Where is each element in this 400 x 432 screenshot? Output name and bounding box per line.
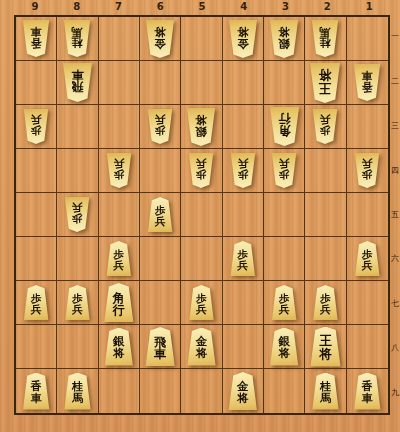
piece-kanji: 兵 (238, 158, 249, 169)
piece-face: 歩兵 (64, 285, 90, 320)
piece-kanji: 兵 (279, 304, 290, 315)
piece-kanji: 兵 (31, 304, 42, 315)
piece-sente-silver[interactable]: 銀将 (104, 328, 134, 366)
piece-face: 歩兵 (188, 285, 214, 320)
piece-gote-gold[interactable]: 金将 (228, 20, 258, 58)
piece-kanji: 歩 (31, 125, 42, 136)
piece-face: 香車 (353, 373, 381, 410)
piece-face: 歩兵 (271, 285, 297, 320)
piece-kanji: 車 (154, 348, 166, 360)
piece-kanji: 兵 (320, 114, 331, 125)
board-cell[interactable] (181, 17, 222, 61)
board-cell[interactable] (305, 237, 346, 281)
piece-sente-pawn[interactable]: 歩兵 (64, 285, 90, 320)
rank-label: 二 (390, 59, 400, 103)
file-label: 8 (56, 0, 98, 14)
piece-kanji: 将 (196, 113, 208, 125)
piece-kanji: 兵 (155, 114, 166, 125)
piece-kanji: 桂 (320, 381, 331, 392)
board-cell[interactable]: 王将 (305, 325, 346, 369)
piece-gote-pawn[interactable]: 歩兵 (230, 153, 256, 188)
board-cell[interactable]: 銀将 (264, 17, 305, 61)
board-cell[interactable] (181, 237, 222, 281)
piece-kanji: 馬 (72, 26, 83, 37)
piece-sente-rook[interactable]: 飛車 (145, 327, 176, 366)
piece-face: 歩兵 (106, 153, 132, 188)
board-cell[interactable] (305, 149, 346, 193)
piece-face: 歩兵 (230, 153, 256, 188)
piece-kanji: 兵 (196, 158, 207, 169)
piece-face: 歩兵 (106, 241, 132, 276)
board-cell[interactable]: 歩兵 (305, 281, 346, 325)
rank-label: 九 (390, 371, 400, 415)
rank-label: 五 (390, 193, 400, 237)
board-cell[interactable]: 歩兵 (181, 281, 222, 325)
board-cell[interactable]: 銀将 (99, 325, 140, 369)
piece-kanji: 歩 (279, 169, 290, 180)
piece-face: 香車 (353, 64, 381, 101)
board-cell[interactable]: 桂馬 (305, 369, 346, 413)
piece-sente-pawn[interactable]: 歩兵 (230, 241, 256, 276)
board-cell[interactable] (223, 193, 264, 237)
board-cell[interactable] (347, 17, 388, 61)
board-cell[interactable]: 香車 (347, 61, 388, 105)
board-cell[interactable]: 金将 (223, 369, 264, 413)
board-cell[interactable] (181, 193, 222, 237)
board-cell[interactable] (140, 237, 181, 281)
piece-face: 桂馬 (311, 373, 339, 410)
board-cell[interactable]: 桂馬 (57, 369, 98, 413)
piece-kanji: 角 (278, 125, 290, 137)
piece-sente-lance[interactable]: 香車 (22, 373, 50, 410)
rank-labels: 一二三四五六七八九 (390, 15, 400, 415)
piece-face: 飛車 (145, 327, 176, 366)
board-cell[interactable] (140, 149, 181, 193)
piece-sente-pawn[interactable]: 歩兵 (106, 241, 132, 276)
piece-kanji: 歩 (114, 169, 125, 180)
board-cell[interactable] (99, 17, 140, 61)
piece-kanji: 歩 (238, 169, 249, 180)
board-cell[interactable] (99, 105, 140, 149)
piece-face: 歩兵 (271, 153, 297, 188)
board-cell[interactable]: 歩兵 (264, 149, 305, 193)
board-cell[interactable] (16, 61, 57, 105)
rank-label: 三 (390, 104, 400, 148)
board-cell[interactable]: 歩兵 (57, 281, 98, 325)
piece-gote-silver[interactable]: 銀将 (186, 108, 216, 146)
piece-sente-pawn[interactable]: 歩兵 (271, 285, 297, 320)
file-label: 3 (265, 0, 307, 14)
board-cell[interactable]: 金将 (223, 17, 264, 61)
piece-face: 王将 (309, 63, 341, 103)
piece-kanji: 将 (319, 348, 332, 361)
piece-kanji: 行 (113, 304, 125, 316)
piece-sente-silver[interactable]: 銀将 (269, 328, 299, 366)
piece-face: 銀将 (269, 20, 299, 58)
board-cell[interactable]: 歩兵 (347, 149, 388, 193)
shogi-board: 香車桂馬金将金将銀将桂馬飛車王将香車歩兵歩兵銀将角行歩兵歩兵歩兵歩兵歩兵歩兵歩兵… (14, 15, 390, 415)
file-label: 7 (98, 0, 140, 14)
board-cell[interactable] (223, 281, 264, 325)
piece-kanji: 将 (319, 68, 332, 81)
piece-kanji: 車 (71, 69, 83, 81)
piece-kanji: 将 (278, 25, 290, 37)
piece-face: 香車 (22, 20, 50, 57)
piece-kanji: 兵 (155, 216, 166, 227)
board-cell[interactable]: 桂馬 (57, 17, 98, 61)
board-cell[interactable] (223, 61, 264, 105)
board-cell[interactable] (223, 325, 264, 369)
board-cell[interactable] (16, 325, 57, 369)
piece-kanji: 将 (237, 393, 249, 405)
piece-face: 歩兵 (147, 197, 173, 232)
board-cell[interactable] (99, 61, 140, 105)
board-cell[interactable] (347, 105, 388, 149)
piece-sente-pawn[interactable]: 歩兵 (312, 285, 338, 320)
piece-face: 歩兵 (147, 109, 173, 144)
piece-face: 金将 (228, 372, 258, 410)
piece-kanji: 兵 (279, 158, 290, 169)
board-cell[interactable]: 歩兵 (57, 193, 98, 237)
piece-face: 銀将 (104, 328, 134, 366)
piece-kanji: 兵 (72, 304, 83, 315)
piece-gote-gold[interactable]: 金将 (145, 20, 175, 58)
piece-face: 金将 (228, 20, 258, 58)
piece-gote-pawn[interactable]: 歩兵 (354, 153, 380, 188)
piece-kanji: 桂 (72, 381, 83, 392)
file-label: 1 (348, 0, 390, 14)
piece-face: 角行 (103, 283, 134, 322)
piece-kanji: 桂 (320, 37, 331, 48)
piece-face: 角行 (269, 107, 300, 146)
piece-kanji: 兵 (362, 260, 373, 271)
rank-label: 八 (390, 326, 400, 370)
piece-face: 金将 (145, 20, 175, 58)
board-cell[interactable] (140, 61, 181, 105)
piece-face: 歩兵 (64, 197, 90, 232)
board-cell[interactable] (347, 281, 388, 325)
piece-face: 飛車 (62, 63, 93, 102)
board-cell[interactable] (140, 369, 181, 413)
file-labels: 987654321 (14, 0, 390, 14)
piece-kanji: 将 (278, 348, 290, 360)
board-cell[interactable]: 歩兵 (140, 105, 181, 149)
piece-face: 歩兵 (354, 153, 380, 188)
piece-gote-rook[interactable]: 飛車 (62, 63, 93, 102)
piece-kanji: 兵 (72, 202, 83, 213)
rank-label: 六 (390, 237, 400, 281)
piece-kanji: 車 (31, 26, 42, 37)
file-label: 9 (14, 0, 56, 14)
piece-face: 桂馬 (63, 20, 91, 57)
board-cell[interactable]: 歩兵 (181, 149, 222, 193)
piece-kanji: 香 (31, 37, 42, 48)
piece-kanji: 兵 (320, 304, 331, 315)
board-cell[interactable]: 歩兵 (223, 149, 264, 193)
rank-label: 四 (390, 148, 400, 192)
board-cell[interactable]: 歩兵 (140, 193, 181, 237)
board-cell[interactable]: 銀将 (181, 105, 222, 149)
file-label: 5 (181, 0, 223, 14)
board-cell[interactable]: 香車 (16, 17, 57, 61)
piece-face: 歩兵 (354, 241, 380, 276)
board-cell[interactable] (16, 237, 57, 281)
piece-kanji: 香 (362, 381, 373, 392)
board-cell[interactable] (57, 325, 98, 369)
board-cell[interactable]: 銀将 (264, 325, 305, 369)
piece-sente-bishop[interactable]: 角行 (103, 283, 134, 322)
piece-sente-pawn[interactable]: 歩兵 (147, 197, 173, 232)
board-cell[interactable]: 角行 (264, 105, 305, 149)
piece-kanji: 兵 (31, 114, 42, 125)
piece-kanji: 兵 (114, 158, 125, 169)
board-cell[interactable]: 金将 (140, 17, 181, 61)
rank-label: 七 (390, 282, 400, 326)
piece-gote-bishop[interactable]: 角行 (269, 107, 300, 146)
piece-sente-knight[interactable]: 桂馬 (311, 373, 339, 410)
piece-kanji: 将 (113, 348, 125, 360)
board-cell[interactable]: 歩兵 (16, 105, 57, 149)
piece-face: 銀将 (269, 328, 299, 366)
piece-gote-knight[interactable]: 桂馬 (311, 20, 339, 57)
piece-kanji: 兵 (362, 158, 373, 169)
piece-sente-lance[interactable]: 香車 (353, 373, 381, 410)
board-cell[interactable]: 歩兵 (99, 237, 140, 281)
piece-kanji: 飛 (71, 81, 83, 93)
piece-kanji: 香 (362, 81, 373, 92)
file-label: 2 (306, 0, 348, 14)
piece-gote-pawn[interactable]: 歩兵 (188, 153, 214, 188)
board-cell[interactable] (181, 61, 222, 105)
piece-kanji: 歩 (320, 125, 331, 136)
board-cell[interactable] (57, 105, 98, 149)
board-cell[interactable]: 飛車 (57, 61, 98, 105)
piece-gote-knight[interactable]: 桂馬 (63, 20, 91, 57)
piece-kanji: 歩 (362, 169, 373, 180)
board-cell[interactable] (305, 193, 346, 237)
board-cell[interactable] (57, 149, 98, 193)
piece-kanji: 馬 (320, 26, 331, 37)
piece-kanji: 歩 (196, 169, 207, 180)
piece-gote-pawn[interactable]: 歩兵 (106, 153, 132, 188)
file-label: 6 (139, 0, 181, 14)
piece-face: 歩兵 (230, 241, 256, 276)
piece-face: 桂馬 (63, 373, 91, 410)
piece-kanji: 馬 (320, 393, 331, 404)
piece-kanji: 兵 (114, 260, 125, 271)
piece-kanji: 桂 (72, 37, 83, 48)
piece-kanji: 車 (362, 393, 373, 404)
piece-gote-lance[interactable]: 香車 (22, 20, 50, 57)
piece-face: 歩兵 (312, 109, 338, 144)
board-cell[interactable] (16, 193, 57, 237)
board-cell[interactable] (264, 193, 305, 237)
board-cell[interactable] (264, 237, 305, 281)
board-cell[interactable] (140, 281, 181, 325)
board-cell[interactable] (264, 369, 305, 413)
piece-face: 歩兵 (23, 285, 49, 320)
piece-face: 歩兵 (23, 109, 49, 144)
piece-sente-knight[interactable]: 桂馬 (63, 373, 91, 410)
piece-kanji: 将 (196, 348, 208, 360)
board-cell[interactable]: 歩兵 (264, 281, 305, 325)
piece-face: 金将 (186, 328, 216, 366)
board-cell[interactable]: 飛車 (140, 325, 181, 369)
piece-gote-silver[interactable]: 銀将 (269, 20, 299, 58)
piece-kanji: 兵 (238, 260, 249, 271)
piece-kanji: 将 (237, 25, 249, 37)
piece-gote-pawn[interactable]: 歩兵 (23, 109, 49, 144)
board-cell[interactable]: 歩兵 (223, 237, 264, 281)
board-cell[interactable] (347, 325, 388, 369)
piece-sente-king[interactable]: 王将 (309, 327, 341, 367)
piece-face: 銀将 (186, 108, 216, 146)
piece-gote-king[interactable]: 王将 (309, 63, 341, 103)
piece-kanji: 車 (362, 70, 373, 81)
board-cell[interactable] (223, 105, 264, 149)
board-cell[interactable]: 金将 (181, 325, 222, 369)
board-cell[interactable] (347, 193, 388, 237)
piece-kanji: 歩 (155, 125, 166, 136)
piece-gote-lance[interactable]: 香車 (353, 64, 381, 101)
board-cell[interactable] (57, 237, 98, 281)
piece-kanji: 歩 (72, 213, 83, 224)
piece-kanji: 馬 (72, 393, 83, 404)
piece-gote-pawn[interactable]: 歩兵 (64, 197, 90, 232)
piece-sente-gold[interactable]: 金将 (186, 328, 216, 366)
piece-face: 王将 (309, 327, 341, 367)
board-cell[interactable]: 王将 (305, 61, 346, 105)
piece-kanji: 香 (31, 381, 42, 392)
piece-gote-pawn[interactable]: 歩兵 (147, 109, 173, 144)
board-cell[interactable]: 桂馬 (305, 17, 346, 61)
board-cell[interactable] (16, 149, 57, 193)
piece-kanji: 将 (154, 25, 166, 37)
piece-gote-pawn[interactable]: 歩兵 (271, 153, 297, 188)
piece-sente-pawn[interactable]: 歩兵 (23, 285, 49, 320)
board-cell[interactable]: 歩兵 (16, 281, 57, 325)
board-cell[interactable]: 角行 (99, 281, 140, 325)
piece-sente-pawn[interactable]: 歩兵 (354, 241, 380, 276)
piece-sente-pawn[interactable]: 歩兵 (188, 285, 214, 320)
piece-face: 歩兵 (312, 285, 338, 320)
board-cell[interactable]: 歩兵 (99, 149, 140, 193)
piece-face: 歩兵 (188, 153, 214, 188)
board-cell[interactable]: 香車 (347, 369, 388, 413)
board-cell[interactable]: 歩兵 (347, 237, 388, 281)
piece-kanji: 行 (278, 113, 290, 125)
board-cell[interactable] (264, 61, 305, 105)
piece-sente-gold[interactable]: 金将 (228, 372, 258, 410)
rank-label: 一 (390, 15, 400, 59)
piece-face: 桂馬 (311, 20, 339, 57)
piece-kanji: 兵 (196, 304, 207, 315)
piece-kanji: 車 (31, 393, 42, 404)
board-cell[interactable]: 歩兵 (305, 105, 346, 149)
board-cell[interactable]: 香車 (16, 369, 57, 413)
piece-face: 香車 (22, 373, 50, 410)
board-cell[interactable] (181, 369, 222, 413)
board-cell[interactable] (99, 369, 140, 413)
board-cell[interactable] (99, 193, 140, 237)
piece-gote-pawn[interactable]: 歩兵 (312, 109, 338, 144)
file-label: 4 (223, 0, 265, 14)
